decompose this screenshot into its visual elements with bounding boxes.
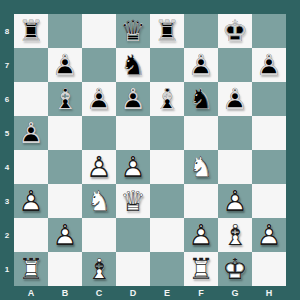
piece-glyph-detail: ♖ [150, 14, 184, 48]
square-f3[interactable] [184, 184, 218, 218]
square-e1[interactable] [150, 252, 184, 286]
square-c1[interactable]: ♝♗ [82, 252, 116, 286]
white-pawn: ♟♙ [184, 218, 218, 252]
piece-glyph-detail: ♙ [184, 48, 218, 82]
square-c3[interactable]: ♞♘ [82, 184, 116, 218]
square-h2[interactable]: ♟♙ [252, 218, 286, 252]
white-king: ♚♔ [218, 252, 252, 286]
file-label: F [184, 286, 218, 300]
white-bishop: ♝♗ [82, 252, 116, 286]
square-d8[interactable]: ♛♕ [116, 14, 150, 48]
black-bishop: ♝♗ [48, 82, 82, 116]
rank-label: 1 [0, 252, 14, 286]
black-pawn: ♟♙ [82, 82, 116, 116]
square-f8[interactable] [184, 14, 218, 48]
square-h5[interactable] [252, 116, 286, 150]
file-label: H [252, 286, 286, 300]
piece-glyph-detail: ♙ [184, 218, 218, 252]
black-king: ♚♔ [218, 14, 252, 48]
square-c4[interactable]: ♟♙ [82, 150, 116, 184]
square-d3[interactable]: ♛♕ [116, 184, 150, 218]
file-label: B [48, 286, 82, 300]
rank-label: 5 [0, 116, 14, 150]
square-b5[interactable] [48, 116, 82, 150]
piece-glyph-detail: ♙ [48, 48, 82, 82]
black-rook: ♜♖ [14, 14, 48, 48]
square-a7[interactable] [14, 48, 48, 82]
square-h8[interactable] [252, 14, 286, 48]
board-frame: ♜♖♛♕♜♖♚♔♟♙♞♘♟♙♟♙♝♗♟♙♟♙♝♗♞♘♟♙♟♙♟♙♟♙♞♘♟♙♞♘… [0, 0, 300, 300]
white-bishop: ♝♗ [218, 218, 252, 252]
square-e7[interactable] [150, 48, 184, 82]
white-knight: ♞♘ [82, 184, 116, 218]
square-g1[interactable]: ♚♔ [218, 252, 252, 286]
square-d1[interactable] [116, 252, 150, 286]
square-e3[interactable] [150, 184, 184, 218]
white-pawn: ♟♙ [252, 218, 286, 252]
piece-glyph-detail: ♙ [218, 184, 252, 218]
piece-glyph-detail: ♖ [14, 252, 48, 286]
square-g3[interactable]: ♟♙ [218, 184, 252, 218]
square-a3[interactable]: ♟♙ [14, 184, 48, 218]
square-h1[interactable] [252, 252, 286, 286]
square-a2[interactable] [14, 218, 48, 252]
piece-glyph-detail: ♙ [48, 218, 82, 252]
rank-label: 2 [0, 218, 14, 252]
piece-glyph-detail: ♙ [14, 184, 48, 218]
piece-glyph-detail: ♔ [218, 252, 252, 286]
black-pawn: ♟♙ [252, 48, 286, 82]
square-e5[interactable] [150, 116, 184, 150]
white-rook: ♜♖ [14, 252, 48, 286]
white-rook: ♜♖ [184, 252, 218, 286]
white-knight: ♞♘ [184, 150, 218, 184]
white-pawn: ♟♙ [218, 184, 252, 218]
black-pawn: ♟♙ [184, 48, 218, 82]
piece-glyph-detail: ♙ [14, 116, 48, 150]
square-f6[interactable]: ♞♘ [184, 82, 218, 116]
rank-label: 4 [0, 150, 14, 184]
square-d2[interactable] [116, 218, 150, 252]
black-pawn: ♟♙ [116, 82, 150, 116]
square-b4[interactable] [48, 150, 82, 184]
piece-glyph-detail: ♔ [218, 14, 252, 48]
piece-glyph-detail: ♙ [82, 82, 116, 116]
square-b3[interactable] [48, 184, 82, 218]
black-bishop: ♝♗ [150, 82, 184, 116]
square-f1[interactable]: ♜♖ [184, 252, 218, 286]
black-pawn: ♟♙ [14, 116, 48, 150]
white-pawn: ♟♙ [116, 150, 150, 184]
piece-glyph-detail: ♖ [14, 14, 48, 48]
square-g7[interactable] [218, 48, 252, 82]
file-label: D [116, 286, 150, 300]
piece-glyph-detail: ♘ [184, 150, 218, 184]
white-queen: ♛♕ [116, 184, 150, 218]
square-d4[interactable]: ♟♙ [116, 150, 150, 184]
white-pawn: ♟♙ [14, 184, 48, 218]
square-d5[interactable] [116, 116, 150, 150]
square-e2[interactable] [150, 218, 184, 252]
square-g2[interactable]: ♝♗ [218, 218, 252, 252]
rank-label: 3 [0, 184, 14, 218]
chess-board: ♜♖♛♕♜♖♚♔♟♙♞♘♟♙♟♙♝♗♟♙♟♙♝♗♞♘♟♙♟♙♟♙♟♙♞♘♟♙♞♘… [14, 14, 286, 286]
square-e8[interactable]: ♜♖ [150, 14, 184, 48]
square-c8[interactable] [82, 14, 116, 48]
square-f7[interactable]: ♟♙ [184, 48, 218, 82]
piece-glyph-detail: ♗ [48, 82, 82, 116]
square-b1[interactable] [48, 252, 82, 286]
square-c5[interactable] [82, 116, 116, 150]
square-a4[interactable] [14, 150, 48, 184]
black-pawn: ♟♙ [48, 48, 82, 82]
rank-label: 7 [0, 48, 14, 82]
piece-glyph-detail: ♘ [184, 82, 218, 116]
piece-glyph-detail: ♘ [82, 184, 116, 218]
square-e4[interactable] [150, 150, 184, 184]
black-rook: ♜♖ [150, 14, 184, 48]
square-b8[interactable] [48, 14, 82, 48]
piece-glyph-detail: ♗ [82, 252, 116, 286]
file-label: E [150, 286, 184, 300]
file-label: A [14, 286, 48, 300]
piece-glyph-detail: ♙ [116, 82, 150, 116]
black-knight: ♞♘ [116, 48, 150, 82]
rank-labels: 87654321 [0, 14, 14, 286]
piece-glyph-detail: ♙ [116, 150, 150, 184]
white-pawn: ♟♙ [82, 150, 116, 184]
square-d7[interactable]: ♞♘ [116, 48, 150, 82]
square-g5[interactable] [218, 116, 252, 150]
square-b7[interactable]: ♟♙ [48, 48, 82, 82]
rank-label: 8 [0, 14, 14, 48]
black-knight: ♞♘ [184, 82, 218, 116]
piece-glyph-detail: ♕ [116, 184, 150, 218]
square-a8[interactable]: ♜♖ [14, 14, 48, 48]
square-f5[interactable] [184, 116, 218, 150]
square-b2[interactable]: ♟♙ [48, 218, 82, 252]
square-h7[interactable]: ♟♙ [252, 48, 286, 82]
white-pawn: ♟♙ [48, 218, 82, 252]
square-c7[interactable] [82, 48, 116, 82]
piece-glyph-detail: ♘ [116, 48, 150, 82]
square-h3[interactable] [252, 184, 286, 218]
square-h6[interactable] [252, 82, 286, 116]
file-label: C [82, 286, 116, 300]
square-a5[interactable]: ♟♙ [14, 116, 48, 150]
piece-glyph-detail: ♗ [218, 218, 252, 252]
square-b6[interactable]: ♝♗ [48, 82, 82, 116]
black-pawn: ♟♙ [218, 82, 252, 116]
square-a6[interactable] [14, 82, 48, 116]
square-c6[interactable]: ♟♙ [82, 82, 116, 116]
piece-glyph-detail: ♙ [252, 218, 286, 252]
square-h4[interactable] [252, 150, 286, 184]
square-e6[interactable]: ♝♗ [150, 82, 184, 116]
piece-glyph-detail: ♙ [82, 150, 116, 184]
square-a1[interactable]: ♜♖ [14, 252, 48, 286]
black-queen: ♛♕ [116, 14, 150, 48]
square-g8[interactable]: ♚♔ [218, 14, 252, 48]
piece-glyph-detail: ♕ [116, 14, 150, 48]
square-g4[interactable] [218, 150, 252, 184]
square-f4[interactable]: ♞♘ [184, 150, 218, 184]
piece-glyph-detail: ♗ [150, 82, 184, 116]
square-d6[interactable]: ♟♙ [116, 82, 150, 116]
file-label: G [218, 286, 252, 300]
rank-label: 6 [0, 82, 14, 116]
piece-glyph-detail: ♖ [184, 252, 218, 286]
piece-glyph-detail: ♙ [218, 82, 252, 116]
square-c2[interactable] [82, 218, 116, 252]
file-labels: ABCDEFGH [14, 286, 286, 300]
piece-glyph-detail: ♙ [252, 48, 286, 82]
square-g6[interactable]: ♟♙ [218, 82, 252, 116]
square-f2[interactable]: ♟♙ [184, 218, 218, 252]
